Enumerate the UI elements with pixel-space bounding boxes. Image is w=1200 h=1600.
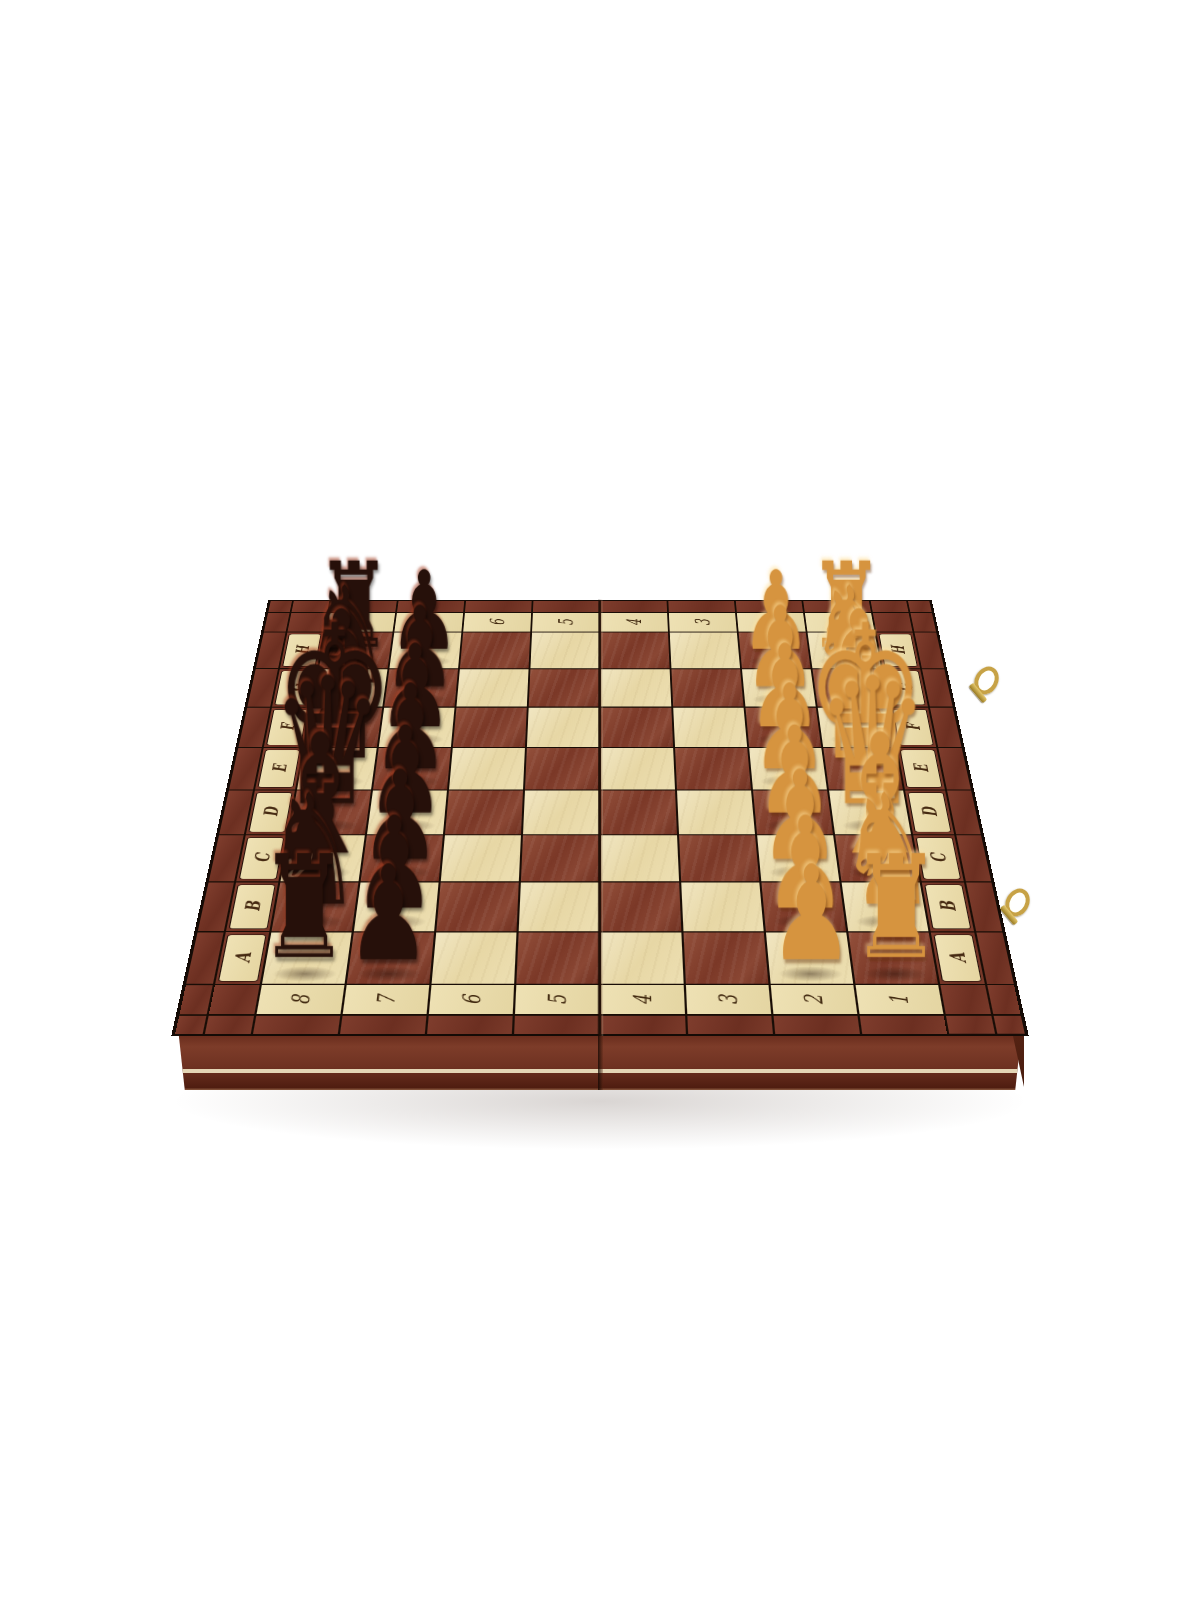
back-rank-label-3: 3 <box>669 613 737 632</box>
square-g4[interactable] <box>601 669 671 706</box>
board-rim <box>668 601 735 612</box>
square-g3[interactable] <box>671 669 743 706</box>
board-rim <box>209 985 260 1014</box>
square-b4[interactable] <box>601 883 681 932</box>
board-rim <box>774 1016 860 1034</box>
square-a7[interactable]: ♟ <box>347 932 434 983</box>
board-rim <box>601 601 667 612</box>
square-a8[interactable]: ♜ <box>262 932 352 983</box>
back-rank-label-6: 6 <box>463 613 531 632</box>
piece-white-pawn-a2[interactable]: ♟ <box>769 848 854 979</box>
board-rim <box>465 601 532 612</box>
front-rank-label-1: 1 <box>856 985 944 1014</box>
board-rim <box>205 1016 254 1034</box>
square-c5[interactable] <box>521 835 599 881</box>
square-e6[interactable] <box>449 748 525 789</box>
square-a3[interactable] <box>684 932 769 983</box>
square-b5[interactable] <box>519 883 599 932</box>
square-h4[interactable] <box>601 632 670 668</box>
product-photo-page: 87654321H♜♟♟♜HG♞♟♟♞GF♝♟♟♝FE♚♟♟♚ED♛♟♟♛DC♝… <box>0 0 1200 1600</box>
square-f3[interactable] <box>673 708 747 747</box>
board-rim <box>976 932 1013 983</box>
square-a5[interactable] <box>516 932 599 983</box>
board-rim <box>340 1016 426 1034</box>
front-rank-label-7: 7 <box>343 985 430 1014</box>
square-a2[interactable]: ♟ <box>766 932 853 983</box>
board-rim <box>219 791 253 835</box>
front-rank-label-5: 5 <box>515 985 599 1014</box>
square-e5[interactable] <box>525 748 599 789</box>
square-b3[interactable] <box>681 883 763 932</box>
front-rank-label-4: 4 <box>601 985 685 1014</box>
square-d3[interactable] <box>677 791 755 835</box>
square-b6[interactable] <box>436 883 518 932</box>
board-rim <box>175 1016 206 1034</box>
square-h6[interactable] <box>460 632 530 668</box>
square-a4[interactable] <box>601 932 684 983</box>
board-rim <box>987 985 1020 1014</box>
chess-board-3d: 87654321H♜♟♟♜HG♞♟♟♞GF♝♟♟♝FE♚♟♟♚ED♛♟♟♛DC♝… <box>175 601 1025 1034</box>
board-rim <box>186 932 223 983</box>
square-c3[interactable] <box>679 835 759 881</box>
square-c4[interactable] <box>601 835 679 881</box>
board-rim <box>994 1016 1025 1034</box>
square-a6[interactable] <box>432 932 517 983</box>
board-rim <box>940 985 991 1014</box>
board-rim <box>179 985 212 1014</box>
square-f4[interactable] <box>601 708 673 747</box>
front-rank-label-3: 3 <box>686 985 771 1014</box>
piece-black-pawn-a7[interactable]: ♟ <box>346 848 431 979</box>
square-g6[interactable] <box>456 669 528 706</box>
board-rim <box>860 1016 947 1034</box>
front-rank-label-8: 8 <box>257 985 345 1014</box>
back-rank-label-5: 5 <box>532 613 599 632</box>
front-rank-label-6: 6 <box>429 985 514 1014</box>
square-e4[interactable] <box>601 748 675 789</box>
square-g5[interactable] <box>529 669 599 706</box>
board-rim <box>253 1016 340 1034</box>
square-d6[interactable] <box>445 791 523 835</box>
square-d4[interactable] <box>601 791 677 835</box>
piece-black-rook-a8[interactable]: ♜ <box>258 837 350 979</box>
square-c6[interactable] <box>441 835 521 881</box>
board-rim <box>687 1016 773 1034</box>
board-rim <box>427 1016 513 1034</box>
board-rim <box>533 601 599 612</box>
square-h3[interactable] <box>670 632 740 668</box>
brass-clasp-upper <box>975 666 998 696</box>
board-rim <box>514 1016 599 1034</box>
photo-scene: 87654321H♜♟♟♜HG♞♟♟♞GF♝♟♟♝FE♚♟♟♚ED♛♟♟♛DC♝… <box>0 0 1200 1600</box>
front-rank-label-2: 2 <box>771 985 858 1014</box>
square-a1[interactable]: ♜ <box>848 932 938 983</box>
brass-clasp-lower <box>1006 888 1029 918</box>
square-e3[interactable] <box>675 748 751 789</box>
square-f6[interactable] <box>453 708 527 747</box>
board-rim <box>947 791 981 835</box>
board-rim <box>946 1016 995 1034</box>
square-f5[interactable] <box>527 708 599 747</box>
square-h5[interactable] <box>530 632 599 668</box>
square-d5[interactable] <box>523 791 599 835</box>
board-rim <box>601 1016 686 1034</box>
back-rank-label-4: 4 <box>601 613 668 632</box>
piece-white-rook-a1[interactable]: ♜ <box>850 837 942 979</box>
board-surface: 87654321H♜♟♟♜HG♞♟♟♞GF♝♟♟♝FE♚♟♟♚ED♛♟♟♛DC♝… <box>175 601 1025 1034</box>
